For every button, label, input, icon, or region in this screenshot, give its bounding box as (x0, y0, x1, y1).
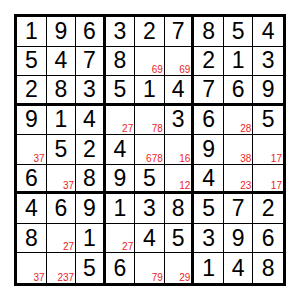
given-digit: 1 (232, 49, 245, 72)
cell-r8c1[interactable]: 8 (17, 224, 47, 254)
cell-r3c4[interactable]: 5 (106, 76, 136, 106)
cell-r4c1[interactable]: 9 (17, 106, 47, 136)
given-digit: 9 (114, 167, 127, 190)
pencil-marks: 17 (271, 153, 282, 164)
given-digit: 8 (202, 20, 215, 43)
given-digit: 4 (202, 167, 215, 190)
cell-r4c2[interactable]: 1 (47, 106, 77, 136)
pencil-marks: 38 (240, 153, 251, 164)
cell-r5c1[interactable]: 37 (17, 135, 47, 165)
cell-r2c6[interactable]: 69 (165, 47, 195, 77)
sudoku-board: 1963278545478696921328351476991427783628… (14, 14, 286, 286)
cell-r2c8[interactable]: 1 (224, 47, 254, 77)
given-digit: 5 (83, 257, 96, 280)
cell-r7c6[interactable]: 8 (165, 194, 195, 224)
cell-r9c5[interactable]: 79 (135, 253, 165, 283)
cell-r4c5[interactable]: 78 (135, 106, 165, 136)
cell-r7c4[interactable]: 1 (106, 194, 136, 224)
given-digit: 7 (232, 197, 245, 220)
cell-r6c1[interactable]: 6 (17, 165, 47, 195)
cell-r2c9[interactable]: 3 (253, 47, 283, 77)
cell-r4c7[interactable]: 6 (194, 106, 224, 136)
pencil-marks: 28 (240, 123, 251, 134)
given-digit: 7 (202, 78, 215, 101)
given-digit: 5 (54, 138, 67, 161)
given-digit: 7 (172, 20, 185, 43)
given-digit: 2 (262, 197, 275, 220)
cell-r8c4[interactable]: 27 (106, 224, 136, 254)
pencil-marks: 17 (271, 180, 282, 191)
cell-r2c5[interactable]: 69 (135, 47, 165, 77)
page: 1963278545478696921328351476991427783628… (0, 0, 300, 300)
cell-r3c1[interactable]: 2 (17, 76, 47, 106)
given-digit: 5 (114, 78, 127, 101)
given-digit: 9 (54, 20, 67, 43)
cell-r7c9[interactable]: 2 (253, 194, 283, 224)
cell-r5c5[interactable]: 678 (135, 135, 165, 165)
cell-r7c2[interactable]: 6 (47, 194, 77, 224)
cell-r9c4[interactable]: 6 (106, 253, 136, 283)
cell-r5c2[interactable]: 5 (47, 135, 77, 165)
given-digit: 6 (83, 20, 96, 43)
given-digit: 3 (83, 78, 96, 101)
pencil-marks: 27 (122, 123, 133, 134)
given-digit: 2 (143, 20, 156, 43)
cell-r1c8[interactable]: 5 (224, 17, 254, 47)
given-digit: 1 (83, 227, 96, 250)
given-digit: 9 (202, 138, 215, 161)
pencil-marks: 37 (33, 272, 44, 283)
cell-r5c9[interactable]: 17 (253, 135, 283, 165)
given-digit: 4 (25, 197, 38, 220)
cell-r1c9[interactable]: 4 (253, 17, 283, 47)
cell-r6c4[interactable]: 9 (106, 165, 136, 195)
given-digit: 4 (262, 20, 275, 43)
cell-r8c9[interactable]: 6 (253, 224, 283, 254)
cell-r4c8[interactable]: 28 (224, 106, 254, 136)
cell-r4c6[interactable]: 3 (165, 106, 195, 136)
pencil-marks: 78 (152, 123, 163, 134)
pencil-marks: 69 (152, 64, 163, 75)
cell-r7c3[interactable]: 9 (76, 194, 106, 224)
pencil-marks: 29 (179, 272, 190, 283)
given-digit: 5 (202, 197, 215, 220)
cell-r9c1[interactable]: 37 (17, 253, 47, 283)
cell-r3c3[interactable]: 3 (76, 76, 106, 106)
cell-r7c8[interactable]: 7 (224, 194, 254, 224)
cell-r6c3[interactable]: 8 (76, 165, 106, 195)
cell-r1c3[interactable]: 6 (76, 17, 106, 47)
given-digit: 4 (54, 49, 67, 72)
given-digit: 1 (143, 78, 156, 101)
given-digit: 3 (262, 49, 275, 72)
cell-r4c9[interactable]: 5 (253, 106, 283, 136)
given-digit: 8 (54, 78, 67, 101)
given-digit: 6 (54, 197, 67, 220)
cell-r9c2[interactable]: 237 (47, 253, 77, 283)
cell-r8c8[interactable]: 9 (224, 224, 254, 254)
cell-r9c8[interactable]: 4 (224, 253, 254, 283)
given-digit: 5 (143, 167, 156, 190)
cell-r1c6[interactable]: 7 (165, 17, 195, 47)
cell-r4c3[interactable]: 4 (76, 106, 106, 136)
given-digit: 1 (114, 197, 127, 220)
cell-r1c1[interactable]: 1 (17, 17, 47, 47)
cell-r8c2[interactable]: 27 (47, 224, 77, 254)
given-digit: 9 (25, 108, 38, 131)
cell-r1c4[interactable]: 3 (106, 17, 136, 47)
cell-r1c7[interactable]: 8 (194, 17, 224, 47)
cell-r2c7[interactable]: 2 (194, 47, 224, 77)
given-digit: 9 (232, 227, 245, 250)
given-digit: 3 (172, 108, 185, 131)
given-digit: 2 (25, 78, 38, 101)
cell-r6c9[interactable]: 17 (253, 165, 283, 195)
given-digit: 4 (83, 108, 96, 131)
cell-r5c4[interactable]: 4 (106, 135, 136, 165)
given-digit: 5 (232, 20, 245, 43)
cell-r5c6[interactable]: 16 (165, 135, 195, 165)
cell-r6c6[interactable]: 12 (165, 165, 195, 195)
given-digit: 5 (172, 227, 185, 250)
cell-r5c3[interactable]: 2 (76, 135, 106, 165)
given-digit: 9 (262, 78, 275, 101)
pencil-marks: 237 (57, 272, 74, 283)
cell-r9c9[interactable]: 8 (253, 253, 283, 283)
given-digit: 4 (172, 78, 185, 101)
cell-r7c7[interactable]: 5 (194, 194, 224, 224)
pencil-marks: 23 (240, 180, 251, 191)
cell-r6c8[interactable]: 23 (224, 165, 254, 195)
given-digit: 4 (232, 257, 245, 280)
given-digit: 1 (25, 20, 38, 43)
given-digit: 2 (202, 49, 215, 72)
cell-r5c7[interactable]: 9 (194, 135, 224, 165)
cell-r5c8[interactable]: 38 (224, 135, 254, 165)
cell-r8c5[interactable]: 4 (135, 224, 165, 254)
given-digit: 1 (202, 257, 215, 280)
cell-r8c3[interactable]: 1 (76, 224, 106, 254)
cell-r8c7[interactable]: 3 (194, 224, 224, 254)
cell-r2c2[interactable]: 4 (47, 47, 77, 77)
given-digit: 3 (143, 197, 156, 220)
pencil-marks: 79 (152, 272, 163, 283)
given-digit: 7 (83, 49, 96, 72)
given-digit: 5 (262, 108, 275, 131)
pencil-marks: 37 (33, 153, 44, 164)
cell-r1c5[interactable]: 2 (135, 17, 165, 47)
pencil-marks: 27 (63, 241, 74, 252)
cell-r9c3[interactable]: 5 (76, 253, 106, 283)
given-digit: 8 (172, 197, 185, 220)
cell-r2c1[interactable]: 5 (17, 47, 47, 77)
cell-r2c4[interactable]: 8 (106, 47, 136, 77)
pencil-marks: 678 (146, 153, 163, 164)
pencil-marks: 37 (63, 180, 74, 191)
cell-r1c2[interactable]: 9 (47, 17, 77, 47)
cell-r3c7[interactable]: 7 (194, 76, 224, 106)
cell-r7c5[interactable]: 3 (135, 194, 165, 224)
given-digit: 1 (54, 108, 67, 131)
given-digit: 6 (25, 167, 38, 190)
cell-r7c1[interactable]: 4 (17, 194, 47, 224)
given-digit: 8 (114, 49, 127, 72)
pencil-marks: 12 (179, 180, 190, 191)
pencil-marks: 69 (179, 64, 190, 75)
given-digit: 5 (25, 49, 38, 72)
cell-r3c9[interactable]: 9 (253, 76, 283, 106)
pencil-marks: 27 (122, 241, 133, 252)
given-digit: 2 (83, 138, 96, 161)
cell-r2c3[interactable]: 7 (76, 47, 106, 77)
given-digit: 9 (83, 197, 96, 220)
cell-r6c5[interactable]: 5 (135, 165, 165, 195)
given-digit: 6 (114, 257, 127, 280)
given-digit: 6 (262, 227, 275, 250)
cell-r3c6[interactable]: 4 (165, 76, 195, 106)
pencil-marks: 16 (179, 153, 190, 164)
given-digit: 3 (202, 227, 215, 250)
given-digit: 6 (232, 78, 245, 101)
cell-r9c6[interactable]: 29 (165, 253, 195, 283)
cell-r4c4[interactable]: 27 (106, 106, 136, 136)
given-digit: 4 (143, 227, 156, 250)
given-digit: 4 (114, 138, 127, 161)
cell-r6c2[interactable]: 37 (47, 165, 77, 195)
cell-r3c2[interactable]: 8 (47, 76, 77, 106)
given-digit: 6 (202, 108, 215, 131)
given-digit: 3 (114, 20, 127, 43)
cell-r3c5[interactable]: 1 (135, 76, 165, 106)
cell-r3c8[interactable]: 6 (224, 76, 254, 106)
given-digit: 8 (83, 167, 96, 190)
given-digit: 8 (262, 257, 275, 280)
cell-r9c7[interactable]: 1 (194, 253, 224, 283)
cell-r6c7[interactable]: 4 (194, 165, 224, 195)
given-digit: 8 (25, 227, 38, 250)
cell-r8c6[interactable]: 5 (165, 224, 195, 254)
